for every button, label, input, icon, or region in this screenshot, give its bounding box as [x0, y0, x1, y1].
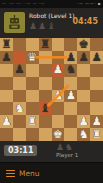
square-e3[interactable] — [52, 102, 65, 115]
square-f3[interactable] — [64, 102, 77, 115]
square-d8[interactable]: ♜ — [39, 38, 52, 51]
square-d7[interactable] — [39, 51, 52, 64]
square-a3[interactable] — [0, 102, 13, 115]
square-c6[interactable] — [26, 64, 39, 77]
square-a6[interactable] — [0, 64, 13, 77]
square-b3[interactable]: ♞ — [13, 102, 26, 115]
square-f7[interactable]: ♟ — [64, 51, 77, 64]
square-b2[interactable] — [13, 115, 26, 128]
menu-button[interactable]: Menu — [19, 169, 40, 178]
piece-wq-c7: ♛ — [26, 51, 39, 64]
piece-wp-f4: ♟ — [64, 90, 77, 103]
piece-wp-e6: ♟ — [52, 64, 65, 77]
piece-bn-f6: ♞ — [64, 64, 77, 77]
square-e8[interactable] — [52, 38, 65, 51]
square-f5[interactable] — [64, 77, 77, 90]
chess-app: — ·— —· ·— — ·— ·— ——· ▪ Robot (Level 1)… — [0, 0, 103, 183]
piece-wn-b3: ♞ — [13, 102, 26, 115]
piece-bb-d3: ♝ — [39, 102, 52, 115]
square-c1[interactable] — [26, 128, 39, 141]
opponent-name: Robot (Level 1) — [29, 12, 75, 19]
status-bar-notifications: — ·— —· ·— — ·— — [2, 0, 45, 8]
square-g8[interactable]: ♚ — [77, 38, 90, 51]
square-a2[interactable]: ♟ — [0, 115, 13, 128]
square-d2[interactable] — [39, 115, 52, 128]
square-d5[interactable] — [39, 77, 52, 90]
piece-wp-e4: ♟ — [52, 90, 65, 103]
square-e2[interactable] — [52, 115, 65, 128]
square-e7[interactable] — [52, 51, 65, 64]
opponent-panel: Robot (Level 1) ♟♟♝ 04:45 — [0, 8, 103, 38]
square-f1[interactable] — [64, 128, 77, 141]
player-name: Player 1 — [56, 152, 78, 158]
square-f8[interactable] — [64, 38, 77, 51]
piece-wk-e1: ♚ — [52, 128, 65, 141]
piece-br-d8: ♜ — [39, 38, 52, 51]
square-d4[interactable] — [39, 90, 52, 103]
square-d1[interactable] — [39, 128, 52, 141]
square-h8[interactable] — [90, 38, 103, 51]
player-panel: 03:11 ♟♞ Player 1 — [0, 141, 103, 162]
square-f6[interactable]: ♞ — [64, 64, 77, 77]
piece-wr-c2: ♜ — [26, 115, 39, 128]
robot-icon — [7, 15, 22, 30]
square-g5[interactable] — [77, 77, 90, 90]
square-d6[interactable] — [39, 64, 52, 77]
piece-bp-f7: ♟ — [64, 51, 77, 64]
square-b6[interactable]: ♟ — [13, 64, 26, 77]
square-h2[interactable]: ♟ — [90, 115, 103, 128]
status-bar-clock-battery: ·— ——· ▪ — [77, 0, 101, 8]
square-c2[interactable]: ♜ — [26, 115, 39, 128]
square-h4[interactable] — [90, 90, 103, 103]
piece-wn-g1: ♞ — [77, 128, 90, 141]
opponent-clock: 04:45 — [73, 17, 98, 26]
piece-br-a8: ♜ — [0, 38, 13, 51]
square-f4[interactable]: ♟ — [64, 90, 77, 103]
square-g4[interactable] — [77, 90, 90, 103]
square-c8[interactable] — [26, 38, 39, 51]
square-a1[interactable] — [0, 128, 13, 141]
opponent-captured-piece-2: ♟ — [38, 21, 47, 31]
piece-wp-g2: ♟ — [77, 115, 90, 128]
chess-board[interactable]: ♜♜♚♟♛♟♟♟♟♟♞♟♟♞♝♟♜♟♟♚♞♜ — [0, 38, 103, 141]
square-g3[interactable] — [77, 102, 90, 115]
piece-wp-a2: ♟ — [0, 115, 13, 128]
square-h7[interactable]: ♟ — [90, 51, 103, 64]
square-g6[interactable] — [77, 64, 90, 77]
square-b5[interactable] — [13, 77, 26, 90]
piece-bp-b6: ♟ — [13, 64, 26, 77]
robot-avatar[interactable] — [4, 12, 25, 33]
square-c5[interactable] — [26, 77, 39, 90]
square-c7[interactable]: ♛ — [26, 51, 39, 64]
piece-wr-h1: ♜ — [90, 128, 103, 141]
square-b4[interactable] — [13, 90, 26, 103]
piece-wp-h2: ♟ — [90, 115, 103, 128]
square-e1[interactable]: ♚ — [52, 128, 65, 141]
square-h3[interactable] — [90, 102, 103, 115]
bottom-menu-bar: Menu — [0, 162, 103, 183]
square-c3[interactable] — [26, 102, 39, 115]
square-a7[interactable]: ♟ — [0, 51, 13, 64]
square-h1[interactable]: ♜ — [90, 128, 103, 141]
square-e4[interactable]: ♟ — [52, 90, 65, 103]
square-e6[interactable]: ♟ — [52, 64, 65, 77]
square-c4[interactable] — [26, 90, 39, 103]
piece-bp-g7: ♟ — [77, 51, 90, 64]
square-f2[interactable] — [64, 115, 77, 128]
piece-bp-a7: ♟ — [0, 51, 13, 64]
status-bar: — ·— —· ·— — ·— ·— ——· ▪ — [0, 0, 103, 8]
square-a5[interactable] — [0, 77, 13, 90]
player-clock: 03:11 — [4, 145, 37, 156]
square-d3[interactable]: ♝ — [39, 102, 52, 115]
square-e5[interactable] — [52, 77, 65, 90]
square-h5[interactable] — [90, 77, 103, 90]
piece-bk-g8: ♚ — [77, 38, 90, 51]
opponent-captured-tray: ♟♟♝ — [29, 20, 56, 32]
player-captured-piece-2: ♞ — [65, 142, 74, 152]
square-h6[interactable] — [90, 64, 103, 77]
opponent-captured-piece-1: ♟ — [29, 21, 38, 31]
piece-bp-h7: ♟ — [90, 51, 103, 64]
opponent-captured-piece-3: ♝ — [47, 21, 56, 31]
square-b8[interactable] — [13, 38, 26, 51]
square-g1[interactable]: ♞ — [77, 128, 90, 141]
square-a4[interactable] — [0, 90, 13, 103]
hamburger-menu-icon[interactable] — [6, 170, 15, 177]
square-b7[interactable] — [13, 51, 26, 64]
player-captured-piece-1: ♟ — [56, 142, 65, 152]
square-a8[interactable]: ♜ — [0, 38, 13, 51]
square-g7[interactable]: ♟ — [77, 51, 90, 64]
square-g2[interactable]: ♟ — [77, 115, 90, 128]
square-b1[interactable] — [13, 128, 26, 141]
